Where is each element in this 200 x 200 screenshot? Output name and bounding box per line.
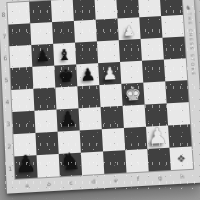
piece-black-pawn[interactable]: ♟ (80, 66, 96, 84)
square-g1[interactable] (147, 148, 171, 172)
photo-scene: abcdefgh 87654321 ❖♟♟♝♚♟♟♚♟♟♟♞ abcdefgh … (0, 0, 200, 200)
square-g7[interactable] (139, 16, 162, 39)
square-h4[interactable] (165, 80, 188, 103)
square-a8[interactable] (7, 2, 30, 25)
square-d8[interactable] (73, 0, 96, 21)
square-a4[interactable] (11, 89, 34, 112)
piece-white-pawn[interactable]: ♟ (123, 23, 136, 37)
square-h5[interactable] (164, 58, 187, 81)
square-g5[interactable] (142, 60, 165, 83)
square-e2[interactable] (102, 128, 125, 151)
square-e8[interactable] (94, 0, 117, 20)
brand-text: THE CHESS STORE (186, 12, 195, 76)
square-f8[interactable] (116, 0, 139, 19)
square-a3[interactable] (12, 111, 35, 134)
square-f6[interactable] (119, 39, 142, 62)
square-g8[interactable] (138, 0, 161, 17)
square-b4[interactable] (33, 88, 56, 111)
square-a5[interactable] (10, 67, 33, 90)
square-d6[interactable] (75, 41, 98, 64)
square-e1[interactable] (103, 150, 126, 174)
piece-white-pawn[interactable]: ♟ (147, 124, 168, 147)
piece-black-king[interactable]: ♚ (58, 68, 74, 86)
file-label-c: c (60, 176, 83, 190)
square-d2[interactable] (80, 129, 103, 152)
square-e3[interactable] (101, 106, 124, 129)
file-label-g: g (149, 171, 172, 184)
chess-board: abcdefgh 87654321 ❖♟♟♝♚♟♟♚♟♟♟♞ abcdefgh … (0, 0, 200, 194)
square-e7[interactable] (96, 19, 119, 42)
square-c8[interactable] (51, 0, 74, 22)
square-b5[interactable] (32, 66, 55, 89)
square-d4[interactable] (77, 85, 100, 108)
piece-white-pawn[interactable]: ♟ (102, 65, 118, 83)
file-label-a: a (15, 179, 38, 193)
file-label-d: d (82, 175, 105, 189)
square-b3[interactable] (34, 110, 57, 133)
file-label-e: e (104, 174, 127, 188)
square-h3[interactable] (167, 102, 190, 125)
square-h2[interactable] (168, 124, 192, 147)
square-h8[interactable] (160, 0, 183, 16)
square-b1[interactable] (37, 154, 60, 178)
square-h6[interactable] (162, 37, 185, 60)
piece-white-king[interactable]: ♚ (124, 84, 142, 103)
square-b7[interactable] (30, 22, 53, 45)
square-f3[interactable] (123, 105, 146, 128)
square-f2[interactable] (124, 127, 147, 150)
square-h7[interactable] (161, 15, 184, 38)
square-d7[interactable] (74, 20, 97, 43)
square-g6[interactable] (141, 38, 164, 61)
square-b8[interactable] (29, 1, 52, 24)
file-label-b: b (38, 177, 61, 191)
square-f5[interactable] (120, 61, 143, 84)
square-b2[interactable] (35, 132, 58, 156)
file-label-h: h (171, 170, 194, 183)
piece-black-pawn[interactable]: ♟ (59, 108, 78, 129)
square-e4[interactable] (99, 84, 122, 107)
square-e6[interactable] (97, 40, 120, 63)
square-a7[interactable] (8, 23, 31, 46)
square-c7[interactable] (52, 21, 75, 44)
piece-black-knight[interactable]: ♞ (59, 150, 81, 175)
piece-black-pawn[interactable]: ♟ (35, 48, 50, 64)
square-d3[interactable] (79, 107, 102, 130)
board-squares: ❖♟♟♝♚♟♟♚♟♟♟♞ (7, 0, 193, 179)
file-label-f: f (127, 172, 150, 185)
piece-black-pawn[interactable]: ♟ (15, 152, 37, 177)
chess-store-emblem-icon: ❖ (176, 152, 186, 164)
brand-knight-icon: ♞ (185, 5, 191, 11)
square-d1[interactable] (81, 151, 104, 175)
piece-black-bishop[interactable]: ♝ (57, 47, 72, 63)
square-f1[interactable] (125, 149, 149, 173)
square-g4[interactable] (143, 81, 166, 104)
square-h1[interactable]: ❖ (169, 146, 193, 170)
square-a6[interactable] (9, 45, 32, 68)
